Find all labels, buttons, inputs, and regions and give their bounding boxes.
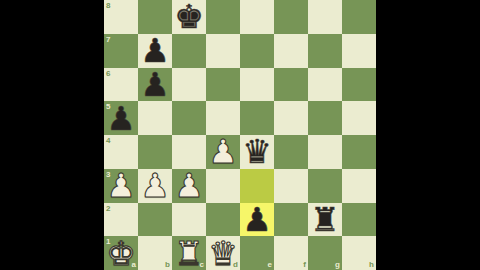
square-h6[interactable] [342, 68, 376, 102]
square-f8[interactable] [274, 0, 308, 34]
square-g3[interactable] [308, 169, 342, 203]
square-a4[interactable]: 4 [104, 135, 138, 169]
square-b2[interactable] [138, 203, 172, 237]
square-f7[interactable] [274, 34, 308, 68]
square-g1[interactable]: g [308, 236, 342, 270]
square-d7[interactable] [206, 34, 240, 68]
file-label-h: h [369, 260, 374, 269]
square-c5[interactable] [172, 101, 206, 135]
square-g4[interactable] [308, 135, 342, 169]
rank-label-6: 6 [106, 69, 110, 78]
piece-black-queen[interactable]: ♛ [240, 135, 274, 169]
rank-label-7: 7 [106, 35, 110, 44]
square-c1[interactable]: c♜ [172, 236, 206, 270]
square-e2[interactable]: ♟ [240, 203, 274, 237]
piece-black-king[interactable]: ♚ [172, 0, 206, 34]
square-d1[interactable]: d♛ [206, 236, 240, 270]
square-g5[interactable] [308, 101, 342, 135]
file-label-d: d [233, 260, 238, 269]
square-h3[interactable] [342, 169, 376, 203]
square-f1[interactable]: f [274, 236, 308, 270]
video-frame: { "game": "chess", "position": { "fen": … [0, 0, 480, 270]
square-d6[interactable] [206, 68, 240, 102]
square-h7[interactable] [342, 34, 376, 68]
square-h2[interactable] [342, 203, 376, 237]
piece-white-pawn[interactable]: ♟ [104, 169, 138, 203]
square-b4[interactable] [138, 135, 172, 169]
square-e7[interactable] [240, 34, 274, 68]
file-label-e: e [268, 260, 272, 269]
piece-white-rook[interactable]: ♜ [172, 236, 206, 270]
square-h4[interactable] [342, 135, 376, 169]
square-d2[interactable] [206, 203, 240, 237]
square-b1[interactable]: b [138, 236, 172, 270]
piece-black-pawn[interactable]: ♟ [138, 68, 172, 102]
rank-label-4: 4 [106, 136, 110, 145]
file-label-c: c [200, 260, 204, 269]
square-d3[interactable] [206, 169, 240, 203]
piece-black-pawn[interactable]: ♟ [138, 34, 172, 68]
square-c3[interactable]: ♟ [172, 169, 206, 203]
square-f6[interactable] [274, 68, 308, 102]
square-e8[interactable] [240, 0, 274, 34]
file-label-b: b [165, 260, 170, 269]
rank-label-3: 3 [106, 170, 110, 179]
square-g8[interactable] [308, 0, 342, 34]
square-a5[interactable]: 5♟ [104, 101, 138, 135]
square-c8[interactable]: ♚ [172, 0, 206, 34]
square-c4[interactable] [172, 135, 206, 169]
square-e6[interactable] [240, 68, 274, 102]
square-c6[interactable] [172, 68, 206, 102]
square-f2[interactable] [274, 203, 308, 237]
square-b6[interactable]: ♟ [138, 68, 172, 102]
rank-label-1: 1 [106, 237, 110, 246]
square-d5[interactable] [206, 101, 240, 135]
square-b7[interactable]: ♟ [138, 34, 172, 68]
rank-label-2: 2 [106, 204, 110, 213]
square-d8[interactable] [206, 0, 240, 34]
square-e4[interactable]: ♛ [240, 135, 274, 169]
piece-black-pawn[interactable]: ♟ [104, 101, 138, 135]
square-b8[interactable] [138, 0, 172, 34]
piece-white-queen[interactable]: ♛ [206, 236, 240, 270]
file-label-a: a [132, 260, 136, 269]
square-d4[interactable]: ♟ [206, 135, 240, 169]
square-h8[interactable] [342, 0, 376, 34]
square-e5[interactable] [240, 101, 274, 135]
square-a6[interactable]: 6 [104, 68, 138, 102]
square-h1[interactable]: h [342, 236, 376, 270]
square-c7[interactable] [172, 34, 206, 68]
square-g7[interactable] [308, 34, 342, 68]
square-g6[interactable] [308, 68, 342, 102]
piece-white-pawn[interactable]: ♟ [172, 169, 206, 203]
square-g2[interactable]: ♜ [308, 203, 342, 237]
piece-black-rook[interactable]: ♜ [308, 203, 342, 237]
square-e1[interactable]: e [240, 236, 274, 270]
chess-board: 8♚7♟6♟5♟4♟♛3♟♟♟2♟♜1a♚bc♜d♛efgh [104, 0, 376, 270]
square-f3[interactable] [274, 169, 308, 203]
file-label-g: g [335, 260, 340, 269]
square-a8[interactable]: 8 [104, 0, 138, 34]
square-a7[interactable]: 7 [104, 34, 138, 68]
rank-label-8: 8 [106, 1, 110, 10]
square-f5[interactable] [274, 101, 308, 135]
square-a2[interactable]: 2 [104, 203, 138, 237]
file-label-f: f [303, 260, 306, 269]
piece-white-pawn[interactable]: ♟ [138, 169, 172, 203]
chess-app: 8♚7♟6♟5♟4♟♛3♟♟♟2♟♜1a♚bc♜d♛efgh [0, 0, 480, 270]
rank-label-5: 5 [106, 102, 110, 111]
piece-black-pawn[interactable]: ♟ [240, 203, 274, 237]
square-b3[interactable]: ♟ [138, 169, 172, 203]
square-f4[interactable] [274, 135, 308, 169]
piece-white-pawn[interactable]: ♟ [206, 135, 240, 169]
square-h5[interactable] [342, 101, 376, 135]
square-b5[interactable] [138, 101, 172, 135]
piece-white-king[interactable]: ♚ [104, 236, 138, 270]
square-c2[interactable] [172, 203, 206, 237]
square-a1[interactable]: 1a♚ [104, 236, 138, 270]
square-e3[interactable] [240, 169, 274, 203]
square-a3[interactable]: 3♟ [104, 169, 138, 203]
